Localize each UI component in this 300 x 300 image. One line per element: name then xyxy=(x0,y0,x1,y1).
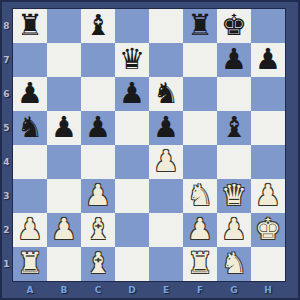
black-knight-e6: ♞ xyxy=(153,76,179,110)
square-f4[interactable] xyxy=(183,145,217,179)
black-pawn-g7: ♟ xyxy=(221,42,247,76)
white-pawn-a2: ♟ xyxy=(17,212,43,246)
square-c6[interactable] xyxy=(81,77,115,111)
file-label-a: A xyxy=(13,283,47,297)
square-b4[interactable] xyxy=(47,145,81,179)
square-a6[interactable]: ♟ xyxy=(13,77,47,111)
black-pawn-a6: ♟ xyxy=(17,76,43,110)
black-knight-a5: ♞ xyxy=(17,110,43,144)
square-a7[interactable] xyxy=(13,43,47,77)
black-rook-a8: ♜ xyxy=(17,8,43,42)
square-d5[interactable] xyxy=(115,111,149,145)
square-e4[interactable]: ♟ xyxy=(149,145,183,179)
white-king-h2: ♚ xyxy=(255,212,281,246)
white-queen-g3: ♛ xyxy=(221,178,247,212)
square-f1[interactable]: ♜ xyxy=(183,247,217,281)
square-a5[interactable]: ♞ xyxy=(13,111,47,145)
square-d1[interactable] xyxy=(115,247,149,281)
square-c7[interactable] xyxy=(81,43,115,77)
rank-label-5: 5 xyxy=(0,111,13,145)
black-pawn-c5: ♟ xyxy=(85,110,111,144)
white-pawn-f2: ♟ xyxy=(187,212,213,246)
rank-label-2: 2 xyxy=(0,213,13,247)
rank-label-6: 6 xyxy=(0,77,13,111)
chess-board-frame: 87654321 ♜♝♜♚♛♟♟♟♟♞♞♟♟♟♝♟♟♞♛♟♟♟♝♟♟♚♜♝♜♞ … xyxy=(0,0,300,300)
square-e1[interactable] xyxy=(149,247,183,281)
square-h8[interactable] xyxy=(251,9,285,43)
black-rook-f8: ♜ xyxy=(187,8,213,42)
file-label-c: C xyxy=(81,283,115,297)
rank-label-3: 3 xyxy=(0,179,13,213)
square-g7[interactable]: ♟ xyxy=(217,43,251,77)
square-d4[interactable] xyxy=(115,145,149,179)
square-g6[interactable] xyxy=(217,77,251,111)
square-a1[interactable]: ♜ xyxy=(13,247,47,281)
square-f2[interactable]: ♟ xyxy=(183,213,217,247)
file-label-g: G xyxy=(217,283,251,297)
rank-label-1: 1 xyxy=(0,247,13,281)
white-pawn-c3: ♟ xyxy=(85,178,111,212)
rank-label-8: 8 xyxy=(0,9,13,43)
black-pawn-b5: ♟ xyxy=(51,110,77,144)
square-c3[interactable]: ♟ xyxy=(81,179,115,213)
square-g5[interactable]: ♝ xyxy=(217,111,251,145)
file-labels: ABCDEFGH xyxy=(13,283,285,297)
square-b7[interactable] xyxy=(47,43,81,77)
square-b2[interactable]: ♟ xyxy=(47,213,81,247)
black-king-g8: ♚ xyxy=(221,8,247,42)
white-pawn-h3: ♟ xyxy=(255,178,281,212)
rank-labels: 87654321 xyxy=(0,9,13,281)
white-rook-a1: ♜ xyxy=(17,246,43,280)
square-f5[interactable] xyxy=(183,111,217,145)
square-h2[interactable]: ♚ xyxy=(251,213,285,247)
square-g3[interactable]: ♛ xyxy=(217,179,251,213)
square-b5[interactable]: ♟ xyxy=(47,111,81,145)
black-bishop-c8: ♝ xyxy=(85,8,111,42)
square-g4[interactable] xyxy=(217,145,251,179)
square-c2[interactable]: ♝ xyxy=(81,213,115,247)
square-g2[interactable]: ♟ xyxy=(217,213,251,247)
square-b3[interactable] xyxy=(47,179,81,213)
board: ♜♝♜♚♛♟♟♟♟♞♞♟♟♟♝♟♟♞♛♟♟♟♝♟♟♚♜♝♜♞ xyxy=(13,9,285,281)
rank-label-7: 7 xyxy=(0,43,13,77)
file-label-d: D xyxy=(115,283,149,297)
square-a4[interactable] xyxy=(13,145,47,179)
square-b8[interactable] xyxy=(47,9,81,43)
square-c8[interactable]: ♝ xyxy=(81,9,115,43)
square-e7[interactable] xyxy=(149,43,183,77)
square-h4[interactable] xyxy=(251,145,285,179)
square-h5[interactable] xyxy=(251,111,285,145)
white-pawn-e4: ♟ xyxy=(153,144,179,178)
white-pawn-g2: ♟ xyxy=(221,212,247,246)
square-d8[interactable] xyxy=(115,9,149,43)
square-h6[interactable] xyxy=(251,77,285,111)
file-label-h: H xyxy=(251,283,285,297)
square-h7[interactable]: ♟ xyxy=(251,43,285,77)
square-g8[interactable]: ♚ xyxy=(217,9,251,43)
white-rook-f1: ♜ xyxy=(187,246,213,280)
square-c4[interactable] xyxy=(81,145,115,179)
file-label-f: F xyxy=(183,283,217,297)
square-g1[interactable]: ♞ xyxy=(217,247,251,281)
square-e3[interactable] xyxy=(149,179,183,213)
square-e2[interactable] xyxy=(149,213,183,247)
white-bishop-c2: ♝ xyxy=(85,212,111,246)
square-a3[interactable] xyxy=(13,179,47,213)
square-f7[interactable] xyxy=(183,43,217,77)
square-h3[interactable]: ♟ xyxy=(251,179,285,213)
white-bishop-c1: ♝ xyxy=(85,246,111,280)
square-e5[interactable]: ♟ xyxy=(149,111,183,145)
black-pawn-h7: ♟ xyxy=(255,42,281,76)
square-d7[interactable]: ♛ xyxy=(115,43,149,77)
square-f8[interactable]: ♜ xyxy=(183,9,217,43)
square-e8[interactable] xyxy=(149,9,183,43)
white-knight-f3: ♞ xyxy=(187,178,213,212)
file-label-b: B xyxy=(47,283,81,297)
square-e6[interactable]: ♞ xyxy=(149,77,183,111)
rank-label-4: 4 xyxy=(0,145,13,179)
black-pawn-d6: ♟ xyxy=(119,76,145,110)
square-b1[interactable] xyxy=(47,247,81,281)
square-d3[interactable] xyxy=(115,179,149,213)
file-label-e: E xyxy=(149,283,183,297)
square-c5[interactable]: ♟ xyxy=(81,111,115,145)
square-h1[interactable] xyxy=(251,247,285,281)
square-b6[interactable] xyxy=(47,77,81,111)
square-f3[interactable]: ♞ xyxy=(183,179,217,213)
black-pawn-e5: ♟ xyxy=(153,110,179,144)
white-pawn-b2: ♟ xyxy=(51,212,77,246)
square-a8[interactable]: ♜ xyxy=(13,9,47,43)
square-d2[interactable] xyxy=(115,213,149,247)
square-d6[interactable]: ♟ xyxy=(115,77,149,111)
square-f6[interactable] xyxy=(183,77,217,111)
white-knight-g1: ♞ xyxy=(221,246,247,280)
square-a2[interactable]: ♟ xyxy=(13,213,47,247)
square-c1[interactable]: ♝ xyxy=(81,247,115,281)
black-queen-d7: ♛ xyxy=(119,42,145,76)
black-bishop-g5: ♝ xyxy=(221,110,247,144)
